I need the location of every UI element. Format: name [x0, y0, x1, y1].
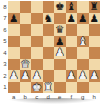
rank-label-5: 5	[0, 36, 8, 48]
piece-wp-a2[interactable]: ♟	[9, 70, 18, 82]
piece-wk-c1[interactable]: ♚	[32, 81, 41, 93]
square-e1[interactable]	[54, 82, 66, 94]
square-g5[interactable]: ♝	[77, 36, 89, 48]
piece-bp-a7[interactable]: ♟	[9, 12, 18, 24]
rank-label-6: 6	[0, 24, 8, 36]
square-b2[interactable]: ♟	[20, 70, 32, 82]
square-a1[interactable]	[8, 82, 20, 94]
square-g7[interactable]: ♟	[77, 13, 89, 25]
square-d5[interactable]	[43, 36, 55, 48]
piece-wp-b2[interactable]: ♟	[21, 70, 30, 82]
square-f4[interactable]	[66, 47, 78, 59]
square-a4[interactable]	[8, 47, 20, 59]
rank-label-7: 7	[0, 13, 8, 25]
square-e4[interactable]: ♟	[54, 47, 66, 59]
page-curl-shadow	[3, 98, 103, 104]
piece-wr-d1[interactable]: ♜	[44, 81, 53, 93]
square-d4[interactable]	[43, 47, 55, 59]
square-c7[interactable]	[31, 13, 43, 25]
square-g4[interactable]	[77, 47, 89, 59]
square-h2[interactable]: ♟	[89, 70, 101, 82]
square-c6[interactable]	[31, 24, 43, 36]
piece-bp-f7[interactable]: ♟	[67, 12, 76, 24]
square-d6[interactable]	[43, 24, 55, 36]
square-e3[interactable]	[54, 59, 66, 71]
square-h7[interactable]: ♟	[89, 13, 101, 25]
piece-bn-d7[interactable]: ♞	[44, 12, 53, 24]
piece-bp-g7[interactable]: ♟	[78, 12, 87, 24]
rank-label-1: 1	[0, 82, 8, 94]
piece-wb-g5[interactable]: ♝	[78, 35, 87, 47]
board-card: 8♚♝♜7♟♞♟♟♟6♛5♟♝4♟3♛2♟♟♟♟♟♟1♚♜abcdefgh	[0, 0, 104, 100]
rank-label-3: 3	[0, 59, 8, 71]
square-a6[interactable]	[8, 24, 20, 36]
piece-bk-e8[interactable]: ♚	[55, 1, 64, 13]
square-f1[interactable]	[66, 82, 78, 94]
square-a5[interactable]	[8, 36, 20, 48]
piece-wp-e4[interactable]: ♟	[55, 47, 64, 59]
square-d3[interactable]	[43, 59, 55, 71]
square-c4[interactable]	[31, 47, 43, 59]
piece-wp-g2[interactable]: ♟	[78, 70, 87, 82]
square-f7[interactable]: ♟	[66, 13, 78, 25]
square-c1[interactable]: ♚	[31, 82, 43, 94]
square-e2[interactable]	[54, 70, 66, 82]
square-h4[interactable]	[89, 47, 101, 59]
square-f6[interactable]	[66, 24, 78, 36]
square-b7[interactable]	[20, 13, 32, 25]
square-d1[interactable]: ♜	[43, 82, 55, 94]
square-g1[interactable]	[77, 82, 89, 94]
square-b8[interactable]	[20, 1, 32, 13]
piece-wp-h2[interactable]: ♟	[90, 70, 99, 82]
square-b6[interactable]	[20, 24, 32, 36]
square-c8[interactable]	[31, 1, 43, 13]
square-b1[interactable]	[20, 82, 32, 94]
square-a2[interactable]: ♟	[8, 70, 20, 82]
square-h1[interactable]	[89, 82, 101, 94]
rank-label-8: 8	[0, 1, 8, 13]
square-e8[interactable]: ♚	[54, 1, 66, 13]
rank-label-4: 4	[0, 47, 8, 59]
square-h6[interactable]	[89, 24, 101, 36]
square-b5[interactable]	[20, 36, 32, 48]
chess-board[interactable]: 8♚♝♜7♟♞♟♟♟6♛5♟♝4♟3♛2♟♟♟♟♟♟1♚♜abcdefgh	[0, 1, 100, 101]
square-f5[interactable]	[66, 36, 78, 48]
square-a7[interactable]: ♟	[8, 13, 20, 25]
square-c5[interactable]	[31, 36, 43, 48]
piece-bp-h7[interactable]: ♟	[90, 12, 99, 24]
rank-label-2: 2	[0, 70, 8, 82]
square-f2[interactable]: ♟	[66, 70, 78, 82]
chess-widget: 8♚♝♜7♟♞♟♟♟6♛5♟♝4♟3♛2♟♟♟♟♟♟1♚♜abcdefgh	[0, 0, 104, 104]
square-h5[interactable]	[89, 36, 101, 48]
square-d7[interactable]: ♞	[43, 13, 55, 25]
square-g2[interactable]: ♟	[77, 70, 89, 82]
piece-wp-f2[interactable]: ♟	[67, 70, 76, 82]
